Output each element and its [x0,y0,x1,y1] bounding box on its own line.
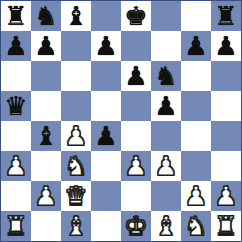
white-pawn-b2[interactable]: ♟ [34,181,57,211]
black-knight-b8[interactable]: ♞ [34,1,57,31]
square-e3[interactable]: ♟ [121,151,151,181]
white-pawn-h2[interactable]: ♟ [214,181,237,211]
square-d4[interactable]: ♟ [91,121,121,151]
square-e2[interactable] [121,181,151,211]
white-bishop-c1[interactable]: ♝ [64,211,87,241]
white-queen-c2[interactable]: ♛ [64,181,87,211]
square-g4[interactable] [181,121,211,151]
square-h3[interactable] [211,151,241,181]
square-a6[interactable] [1,61,31,91]
square-g2[interactable]: ♟ [181,181,211,211]
square-a7[interactable]: ♟ [1,31,31,61]
square-a1[interactable]: ♜ [1,211,31,241]
square-g6[interactable] [181,61,211,91]
black-pawn-a7[interactable]: ♟ [4,31,27,61]
square-d6[interactable] [91,61,121,91]
square-g1[interactable]: ♞ [181,211,211,241]
black-queen-a5[interactable]: ♛ [4,91,27,121]
square-c3[interactable]: ♞ [61,151,91,181]
square-b5[interactable] [31,91,61,121]
white-rook-h1[interactable]: ♜ [214,211,237,241]
square-h4[interactable] [211,121,241,151]
square-g5[interactable] [181,91,211,121]
square-f6[interactable]: ♞ [151,61,181,91]
square-e1[interactable]: ♚ [121,211,151,241]
square-f4[interactable] [151,121,181,151]
square-a2[interactable] [1,181,31,211]
square-c1[interactable]: ♝ [61,211,91,241]
square-d8[interactable] [91,1,121,31]
black-rook-a8[interactable]: ♜ [4,1,27,31]
square-g8[interactable] [181,1,211,31]
square-d5[interactable] [91,91,121,121]
black-pawn-b7[interactable]: ♟ [34,31,57,61]
square-b6[interactable] [31,61,61,91]
white-bishop-f1[interactable]: ♝ [154,211,177,241]
square-f1[interactable]: ♝ [151,211,181,241]
square-b2[interactable]: ♟ [31,181,61,211]
black-pawn-h7[interactable]: ♟ [214,31,237,61]
black-pawn-d7[interactable]: ♟ [94,31,117,61]
square-c4[interactable]: ♟ [61,121,91,151]
square-c7[interactable] [61,31,91,61]
black-pawn-g7[interactable]: ♟ [184,31,207,61]
square-b3[interactable] [31,151,61,181]
square-d3[interactable] [91,151,121,181]
black-pawn-e6[interactable]: ♟ [124,61,147,91]
square-e7[interactable] [121,31,151,61]
square-e5[interactable] [121,91,151,121]
square-h1[interactable]: ♜ [211,211,241,241]
square-e6[interactable]: ♟ [121,61,151,91]
square-f5[interactable]: ♟ [151,91,181,121]
square-b4[interactable]: ♝ [31,121,61,151]
white-king-e1[interactable]: ♚ [124,211,147,241]
square-d7[interactable]: ♟ [91,31,121,61]
white-pawn-f3[interactable]: ♟ [154,151,177,181]
black-king-e8[interactable]: ♚ [124,1,147,31]
square-h5[interactable] [211,91,241,121]
black-pawn-f5[interactable]: ♟ [154,91,177,121]
square-h8[interactable]: ♜ [211,1,241,31]
black-bishop-c8[interactable]: ♝ [64,1,87,31]
white-pawn-g2[interactable]: ♟ [184,181,207,211]
black-pawn-d4[interactable]: ♟ [94,121,117,151]
black-bishop-b4[interactable]: ♝ [34,121,57,151]
square-c5[interactable] [61,91,91,121]
square-h2[interactable]: ♟ [211,181,241,211]
square-h7[interactable]: ♟ [211,31,241,61]
square-h6[interactable] [211,61,241,91]
white-pawn-a3[interactable]: ♟ [4,151,27,181]
square-e8[interactable]: ♚ [121,1,151,31]
square-e4[interactable] [121,121,151,151]
square-b1[interactable] [31,211,61,241]
square-a8[interactable]: ♜ [1,1,31,31]
chess-board: ♜♞♝♚♜♟♟♟♟♟♟♞♛♟♝♟♟♟♞♟♟♟♛♟♟♜♝♚♝♞♜ [0,0,242,242]
square-a4[interactable] [1,121,31,151]
square-f2[interactable] [151,181,181,211]
black-knight-f6[interactable]: ♞ [154,61,177,91]
square-b8[interactable]: ♞ [31,1,61,31]
square-a5[interactable]: ♛ [1,91,31,121]
square-f3[interactable]: ♟ [151,151,181,181]
white-rook-a1[interactable]: ♜ [4,211,27,241]
white-pawn-c4[interactable]: ♟ [64,121,87,151]
square-c2[interactable]: ♛ [61,181,91,211]
square-b7[interactable]: ♟ [31,31,61,61]
white-pawn-e3[interactable]: ♟ [124,151,147,181]
black-rook-h8[interactable]: ♜ [214,1,237,31]
square-c8[interactable]: ♝ [61,1,91,31]
square-g3[interactable] [181,151,211,181]
square-c6[interactable] [61,61,91,91]
white-knight-c3[interactable]: ♞ [64,151,87,181]
square-g7[interactable]: ♟ [181,31,211,61]
square-d2[interactable] [91,181,121,211]
square-a3[interactable]: ♟ [1,151,31,181]
square-d1[interactable] [91,211,121,241]
white-knight-g1[interactable]: ♞ [184,211,207,241]
square-f7[interactable] [151,31,181,61]
square-f8[interactable] [151,1,181,31]
